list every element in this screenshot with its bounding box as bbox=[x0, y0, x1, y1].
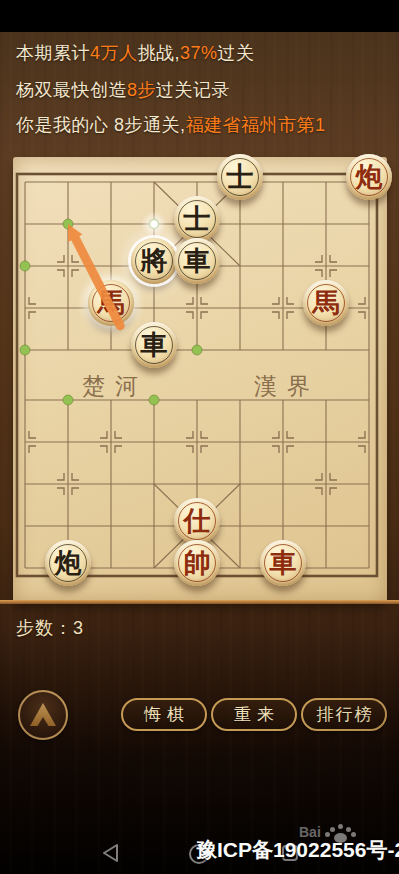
piece-glyph: 車 bbox=[270, 549, 297, 576]
xiangqi-board[interactable]: 楚河漢界 炮士士將車馬馬車仕炮帥車 bbox=[13, 157, 387, 604]
leaderboard-button[interactable]: 排行榜 bbox=[301, 698, 387, 731]
player-result: 你是我的心 8步通关,福建省福州市第1 bbox=[16, 115, 326, 135]
period-stats: 本期累计4万人挑战,37%过关 bbox=[16, 43, 255, 63]
move-counter-value: 3 bbox=[73, 618, 84, 638]
leaderboard-label: 排行榜 bbox=[317, 703, 374, 726]
piece-glyph: 馬 bbox=[313, 289, 340, 316]
piece-glyph: 帥 bbox=[184, 549, 211, 576]
piece-black-cannon[interactable]: 炮 bbox=[45, 540, 91, 586]
piece-glyph: 將 bbox=[141, 247, 168, 274]
piece-black-chariot[interactable]: 車 bbox=[174, 238, 220, 284]
piece-glyph: 車 bbox=[141, 331, 168, 358]
move-counter: 步数：3 bbox=[16, 616, 84, 640]
piece-glyph: 士 bbox=[227, 163, 254, 190]
piece-red-horse[interactable]: 馬 bbox=[303, 280, 349, 326]
restart-button[interactable]: 重来 bbox=[211, 698, 297, 731]
piece-red-horse[interactable]: 馬 bbox=[88, 280, 134, 326]
piece-glyph: 仕 bbox=[184, 507, 211, 534]
undo-label: 悔棋 bbox=[144, 703, 190, 726]
pieces-layer: 炮士士將車馬馬車仕炮帥車 bbox=[13, 157, 387, 604]
app-screen: 本期累计4万人挑战,37%过关杨双最快创造8步过关记录你是我的心 8步通关,福建… bbox=[0, 0, 399, 874]
piece-red-chariot[interactable]: 車 bbox=[260, 540, 306, 586]
restart-label: 重来 bbox=[234, 703, 280, 726]
chevron-up-icon bbox=[20, 692, 66, 738]
piece-black-advisor[interactable]: 士 bbox=[174, 196, 220, 242]
piece-black-general[interactable]: 將 bbox=[131, 238, 177, 284]
piece-red-cannon[interactable]: 炮 bbox=[346, 154, 392, 200]
undo-button[interactable]: 悔棋 bbox=[121, 698, 207, 731]
piece-red-general[interactable]: 帥 bbox=[174, 540, 220, 586]
piece-glyph: 士 bbox=[184, 205, 211, 232]
record-holder: 杨双最快创造8步过关记录 bbox=[16, 80, 230, 100]
icp-watermark: 豫ICP备19022556号-2 bbox=[196, 836, 399, 864]
piece-glyph: 車 bbox=[184, 247, 211, 274]
piece-glyph: 炮 bbox=[55, 549, 82, 576]
piece-glyph: 馬 bbox=[98, 289, 125, 316]
status-bar bbox=[0, 0, 399, 32]
expand-menu-button[interactable] bbox=[18, 690, 68, 740]
move-counter-label: 步数： bbox=[16, 618, 73, 638]
piece-red-advisor[interactable]: 仕 bbox=[174, 498, 220, 544]
board-shelf-edge bbox=[0, 600, 399, 604]
piece-glyph: 炮 bbox=[356, 163, 383, 190]
piece-black-chariot[interactable]: 車 bbox=[131, 322, 177, 368]
nav-back-icon[interactable] bbox=[101, 843, 121, 863]
piece-black-advisor[interactable]: 士 bbox=[217, 154, 263, 200]
